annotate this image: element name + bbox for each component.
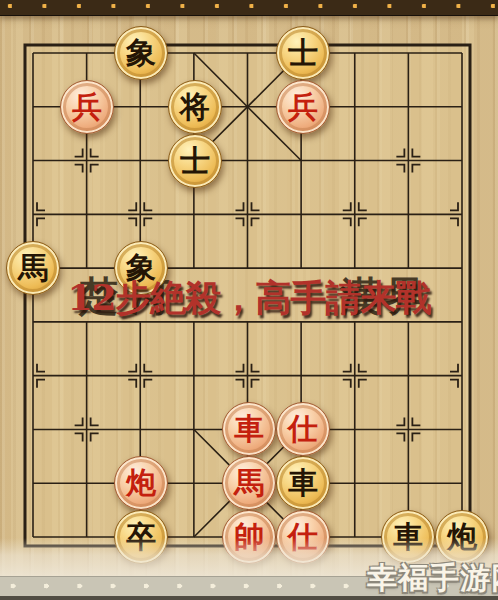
piece-black-advisor[interactable]: 士 (168, 134, 222, 188)
site-watermark: 幸福手游网 (367, 558, 498, 599)
piece-red-advisor[interactable]: 仕 (276, 402, 330, 456)
screenshot-root: 楚河 漢界 象士兵将兵士馬象車仕炮馬車卒帥仕車炮 12步絶殺，高手請来戰 幸福手… (0, 0, 498, 600)
puzzle-banner-text: 12步絶殺，高手請来戰 (0, 275, 498, 319)
piece-red-pawn[interactable]: 兵 (60, 80, 114, 134)
piece-red-chariot[interactable]: 車 (222, 402, 276, 456)
piece-black-advisor[interactable]: 士 (276, 26, 330, 80)
piece-red-pawn[interactable]: 兵 (276, 80, 330, 134)
piece-black-chariot[interactable]: 車 (276, 456, 330, 510)
piece-red-cannon[interactable]: 炮 (114, 456, 168, 510)
decorative-top-border (0, 0, 498, 16)
piece-black-general[interactable]: 将 (168, 80, 222, 134)
piece-red-horse[interactable]: 馬 (222, 456, 276, 510)
piece-black-elephant[interactable]: 象 (114, 26, 168, 80)
